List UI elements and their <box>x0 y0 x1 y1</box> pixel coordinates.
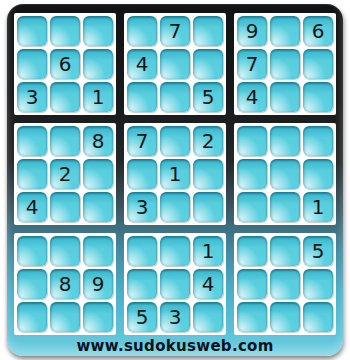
cell-r9c4[interactable]: 5 <box>127 302 157 332</box>
box-r3c3: 5 <box>234 233 336 335</box>
cell-r4c3[interactable]: 8 <box>83 126 113 156</box>
cell-r2c3[interactable] <box>83 49 113 79</box>
cell-r2c5[interactable] <box>160 49 190 79</box>
cell-r8c1[interactable] <box>17 269 47 299</box>
cell-r3c1[interactable]: 3 <box>17 82 47 112</box>
cell-r2c9[interactable] <box>303 49 333 79</box>
cell-r6c8[interactable] <box>270 192 300 222</box>
cell-r2c7[interactable]: 7 <box>237 49 267 79</box>
cell-r7c6[interactable]: 1 <box>193 236 223 266</box>
cell-r4c7[interactable] <box>237 126 267 156</box>
cell-r1c2[interactable] <box>50 16 80 46</box>
cell-r6c1[interactable]: 4 <box>17 192 47 222</box>
cell-r4c2[interactable] <box>50 126 80 156</box>
cell-r1c9[interactable]: 6 <box>303 16 333 46</box>
cell-r9c8[interactable] <box>270 302 300 332</box>
cell-r6c5[interactable] <box>160 192 190 222</box>
box-r2c2: 7213 <box>124 123 226 225</box>
cell-r7c5[interactable] <box>160 236 190 266</box>
cell-r1c3[interactable] <box>83 16 113 46</box>
cell-r3c9[interactable] <box>303 82 333 112</box>
cell-r8c2[interactable]: 8 <box>50 269 80 299</box>
cell-r8c9[interactable] <box>303 269 333 299</box>
footer-bar: www.sudokusweb.com <box>14 335 336 356</box>
cell-r6c3[interactable] <box>83 192 113 222</box>
cell-r8c8[interactable] <box>270 269 300 299</box>
cell-r1c4[interactable] <box>127 16 157 46</box>
cell-r1c5[interactable]: 7 <box>160 16 190 46</box>
cell-r1c8[interactable] <box>270 16 300 46</box>
cell-r5c2[interactable]: 2 <box>50 159 80 189</box>
cell-r7c1[interactable] <box>17 236 47 266</box>
cell-r2c4[interactable]: 4 <box>127 49 157 79</box>
cell-r8c7[interactable] <box>237 269 267 299</box>
cell-r2c2[interactable]: 6 <box>50 49 80 79</box>
cell-r5c3[interactable] <box>83 159 113 189</box>
cell-r3c2[interactable] <box>50 82 80 112</box>
cell-r7c9[interactable]: 5 <box>303 236 333 266</box>
cell-r9c2[interactable] <box>50 302 80 332</box>
box-r1c1: 631 <box>14 13 116 115</box>
cell-r4c4[interactable]: 7 <box>127 126 157 156</box>
box-r1c3: 9674 <box>234 13 336 115</box>
cell-r5c4[interactable] <box>127 159 157 189</box>
cell-r8c5[interactable] <box>160 269 190 299</box>
cell-r5c8[interactable] <box>270 159 300 189</box>
cell-r9c7[interactable] <box>237 302 267 332</box>
cell-r7c4[interactable] <box>127 236 157 266</box>
cell-r5c5[interactable]: 1 <box>160 159 190 189</box>
cell-r1c6[interactable] <box>193 16 223 46</box>
box-r3c1: 89 <box>14 233 116 335</box>
cell-r2c8[interactable] <box>270 49 300 79</box>
cell-r5c1[interactable] <box>17 159 47 189</box>
cell-r2c1[interactable] <box>17 49 47 79</box>
cell-r8c3[interactable]: 9 <box>83 269 113 299</box>
cell-r1c7[interactable]: 9 <box>237 16 267 46</box>
cell-r4c8[interactable] <box>270 126 300 156</box>
cell-r7c7[interactable] <box>237 236 267 266</box>
cell-r4c9[interactable] <box>303 126 333 156</box>
cell-r5c6[interactable] <box>193 159 223 189</box>
cell-r9c9[interactable] <box>303 302 333 332</box>
cell-r9c6[interactable] <box>193 302 223 332</box>
cell-r7c8[interactable] <box>270 236 300 266</box>
cell-r6c9[interactable]: 1 <box>303 192 333 222</box>
box-r2c3: 1 <box>234 123 336 225</box>
cell-r5c9[interactable] <box>303 159 333 189</box>
cell-r8c4[interactable] <box>127 269 157 299</box>
cell-r3c4[interactable] <box>127 82 157 112</box>
cell-r6c2[interactable] <box>50 192 80 222</box>
cell-r6c7[interactable] <box>237 192 267 222</box>
cell-r3c5[interactable] <box>160 82 190 112</box>
cell-r3c8[interactable] <box>270 82 300 112</box>
site-url-label: www.sudokusweb.com <box>76 337 273 355</box>
cell-r4c6[interactable]: 2 <box>193 126 223 156</box>
cell-r4c5[interactable] <box>160 126 190 156</box>
cell-r3c7[interactable]: 4 <box>237 82 267 112</box>
cell-r3c6[interactable]: 5 <box>193 82 223 112</box>
cell-r6c4[interactable]: 3 <box>127 192 157 222</box>
cell-r9c5[interactable]: 3 <box>160 302 190 332</box>
cell-r7c3[interactable] <box>83 236 113 266</box>
cell-r3c3[interactable]: 1 <box>83 82 113 112</box>
cell-r6c6[interactable] <box>193 192 223 222</box>
cell-r4c1[interactable] <box>17 126 47 156</box>
box-r1c2: 745 <box>124 13 226 115</box>
box-r3c2: 1453 <box>124 233 226 335</box>
cell-r9c3[interactable] <box>83 302 113 332</box>
box-r2c1: 824 <box>14 123 116 225</box>
cell-r8c6[interactable]: 4 <box>193 269 223 299</box>
cell-r7c2[interactable] <box>50 236 80 266</box>
page: 6317459674824721318914535 www.sudokusweb… <box>0 0 350 360</box>
cell-r5c7[interactable] <box>237 159 267 189</box>
sudoku-grid: 6317459674824721318914535 <box>14 13 336 335</box>
sudoku-board: 6317459674824721318914535 www.sudokusweb… <box>7 4 343 356</box>
cell-r2c6[interactable] <box>193 49 223 79</box>
cell-r9c1[interactable] <box>17 302 47 332</box>
cell-r1c1[interactable] <box>17 16 47 46</box>
